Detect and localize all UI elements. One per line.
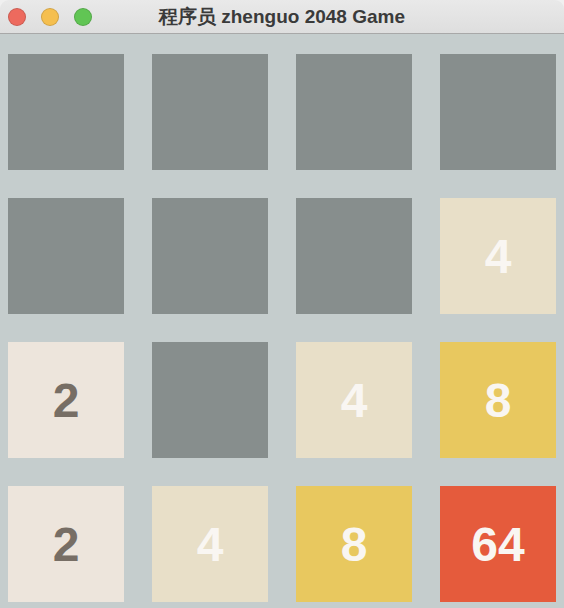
empty-cell-r3c2 <box>152 342 268 458</box>
game-board: 424824864 <box>0 34 564 608</box>
tile-8-r4c3: 8 <box>296 486 412 602</box>
tile-4-r4c2: 4 <box>152 486 268 602</box>
tile-8-r3c4: 8 <box>440 342 556 458</box>
empty-cell-r2c3 <box>296 198 412 314</box>
empty-cell-r2c1 <box>8 198 124 314</box>
tile-2-r4c1: 2 <box>8 486 124 602</box>
window-title: 程序员 zhenguo 2048 Game <box>0 0 564 33</box>
empty-cell-r1c3 <box>296 54 412 170</box>
empty-cell-r2c2 <box>152 198 268 314</box>
tile-4-r2c4: 4 <box>440 198 556 314</box>
empty-cell-r1c4 <box>440 54 556 170</box>
tile-64-r4c4: 64 <box>440 486 556 602</box>
titlebar[interactable]: 程序员 zhenguo 2048 Game <box>0 0 564 34</box>
empty-cell-r1c1 <box>8 54 124 170</box>
app-window: 程序员 zhenguo 2048 Game 424824864 <box>0 0 564 608</box>
tile-4-r3c3: 4 <box>296 342 412 458</box>
tile-2-r3c1: 2 <box>8 342 124 458</box>
empty-cell-r1c2 <box>152 54 268 170</box>
